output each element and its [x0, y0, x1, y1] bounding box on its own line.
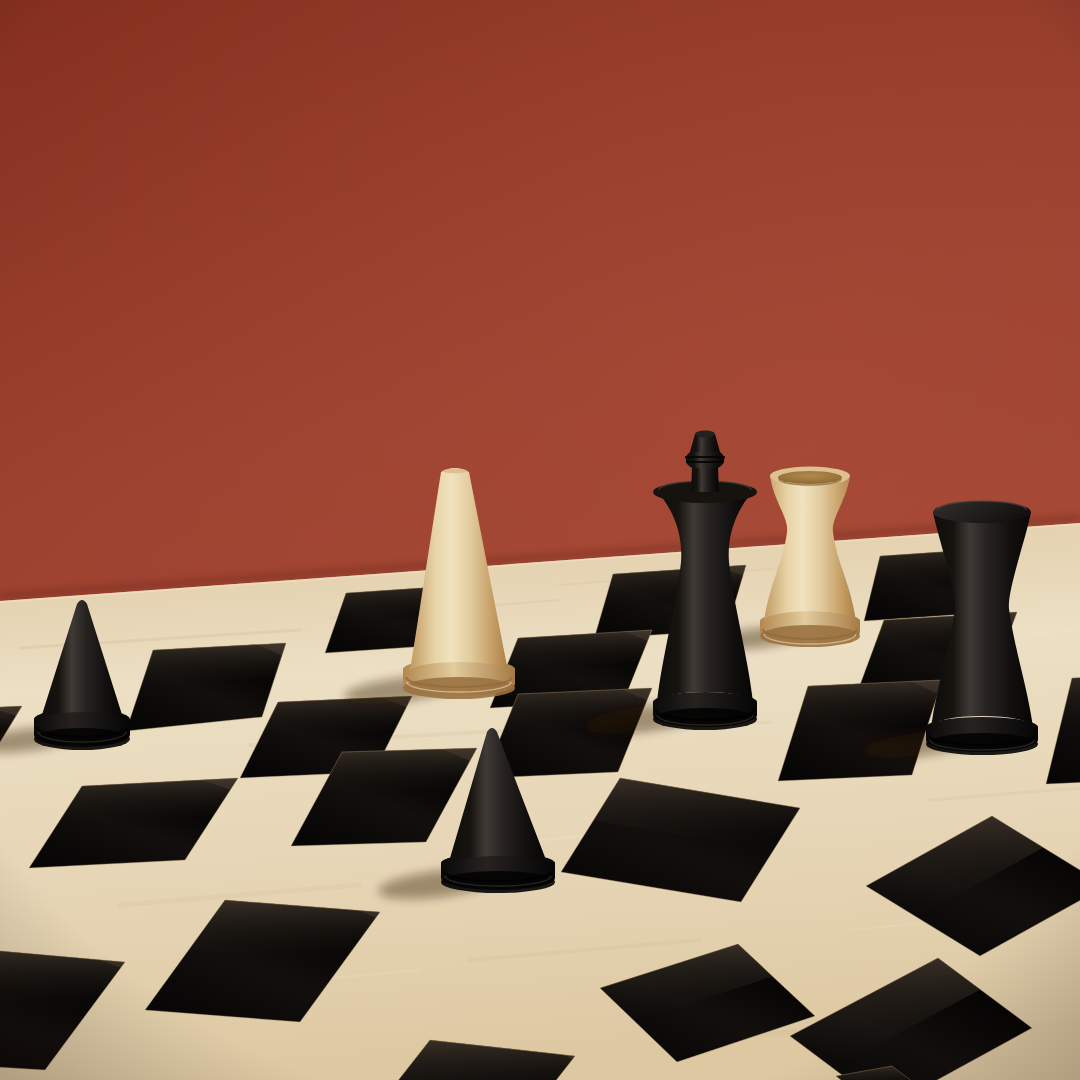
chess-scene-svg — [0, 0, 1080, 1080]
photo-scene — [0, 0, 1080, 1080]
vignette — [0, 0, 1080, 1080]
